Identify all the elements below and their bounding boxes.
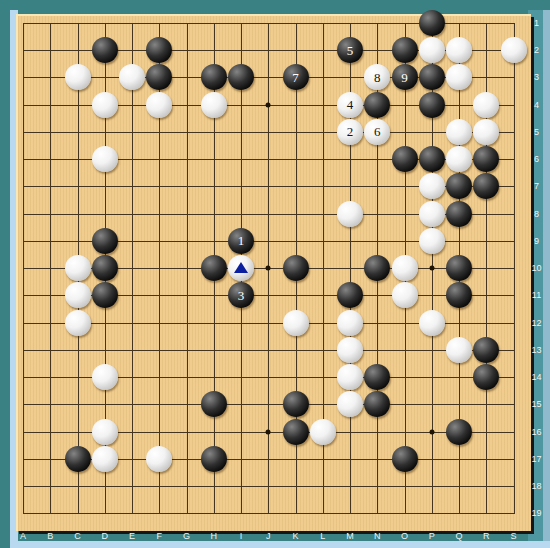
column-label-D: D	[98, 531, 112, 541]
column-label-N: N	[370, 531, 384, 541]
go-app-window: 578942613ABCDEFGHIJKLMNOPQRS123456789101…	[0, 0, 550, 548]
column-label-R: R	[479, 531, 493, 541]
column-label-K: K	[289, 531, 303, 541]
column-label-O: O	[398, 531, 412, 541]
column-label-J: J	[261, 531, 275, 541]
column-label-F: F	[152, 531, 166, 541]
window-edge-right	[543, 10, 550, 541]
column-label-M: M	[343, 531, 357, 541]
column-label-L: L	[316, 531, 330, 541]
column-label-I: I	[234, 531, 248, 541]
column-label-P: P	[425, 531, 439, 541]
column-label-A: A	[16, 531, 30, 541]
column-label-Q: Q	[452, 531, 466, 541]
column-label-S: S	[507, 531, 521, 541]
window-edge-bottom	[10, 541, 550, 548]
column-label-B: B	[43, 531, 57, 541]
column-label-G: G	[180, 531, 194, 541]
column-label-E: E	[125, 531, 139, 541]
column-label-H: H	[207, 531, 221, 541]
go-board[interactable]	[16, 14, 531, 531]
column-label-C: C	[71, 531, 85, 541]
